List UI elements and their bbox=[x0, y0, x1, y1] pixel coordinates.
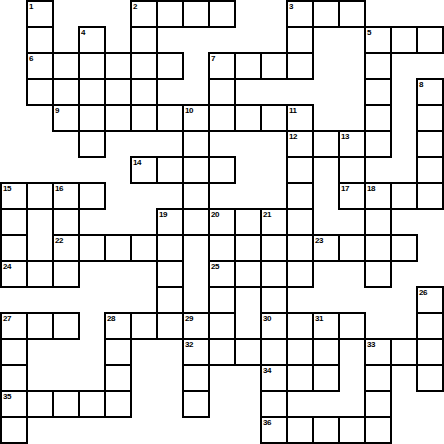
clue-number-20: 20 bbox=[211, 210, 219, 219]
clue-number-18: 18 bbox=[367, 184, 375, 193]
crossword-cell-r2c8[interactable]: 7 bbox=[208, 52, 236, 80]
crossword-cell-r12c6[interactable] bbox=[156, 312, 184, 340]
clue-number-11: 11 bbox=[289, 106, 296, 115]
crossword-cell-r13c8[interactable] bbox=[208, 338, 236, 366]
crossword-cell-r4c11[interactable]: 11 bbox=[286, 104, 314, 132]
crossword-cell-r0c5[interactable]: 2 bbox=[130, 0, 158, 28]
clue-number-14: 14 bbox=[133, 158, 141, 167]
crossword-cell-r13c0[interactable] bbox=[0, 338, 28, 366]
crossword-cell-r0c11[interactable]: 3 bbox=[286, 0, 314, 28]
crossword-cell-r15c14[interactable] bbox=[364, 390, 392, 418]
crossword-cell-r4c14[interactable] bbox=[364, 104, 392, 132]
crossword-cell-r12c1[interactable] bbox=[26, 312, 54, 340]
crossword-cell-r1c3[interactable]: 4 bbox=[78, 26, 106, 54]
clue-number-1: 1 bbox=[29, 2, 33, 11]
crossword-cell-r4c9[interactable] bbox=[234, 104, 262, 132]
crossword-cell-r2c11[interactable] bbox=[286, 52, 314, 80]
crossword-cell-r3c16[interactable]: 8 bbox=[416, 78, 444, 106]
crossword-cell-r12c7[interactable]: 29 bbox=[182, 312, 210, 340]
crossword-cell-r9c0[interactable] bbox=[0, 234, 28, 262]
crossword-cell-r2c4[interactable] bbox=[104, 52, 132, 80]
crossword-cell-r11c10[interactable] bbox=[260, 286, 288, 314]
crossword-cell-r12c8[interactable] bbox=[208, 312, 236, 340]
crossword-cell-r10c6[interactable] bbox=[156, 260, 184, 288]
clue-number-35: 35 bbox=[3, 392, 11, 401]
crossword-cell-r5c12[interactable] bbox=[312, 130, 340, 158]
crossword-cell-r9c13[interactable] bbox=[338, 234, 366, 262]
crossword-cell-r14c0[interactable] bbox=[0, 364, 28, 392]
crossword-cell-r4c2[interactable]: 9 bbox=[52, 104, 80, 132]
crossword-cell-r9c10[interactable] bbox=[260, 234, 288, 262]
clue-number-28: 28 bbox=[107, 314, 115, 323]
crossword-cell-r11c8[interactable] bbox=[208, 286, 236, 314]
crossword-cell-r16c10[interactable]: 36 bbox=[260, 416, 288, 444]
crossword-cell-r0c6[interactable] bbox=[156, 0, 184, 28]
crossword-cell-r6c13[interactable] bbox=[338, 156, 366, 184]
crossword-cell-r9c5[interactable] bbox=[130, 234, 158, 262]
crossword-cell-r2c14[interactable] bbox=[364, 52, 392, 80]
crossword-cell-r7c7[interactable] bbox=[182, 182, 210, 210]
crossword-cell-r9c2[interactable]: 22 bbox=[52, 234, 80, 262]
crossword-cell-r6c7[interactable] bbox=[182, 156, 210, 184]
crossword-cell-r0c8[interactable] bbox=[208, 0, 236, 28]
crossword-cell-r5c3[interactable] bbox=[78, 130, 106, 158]
crossword-cell-r8c0[interactable] bbox=[0, 208, 28, 236]
crossword-cell-r3c1[interactable] bbox=[26, 78, 54, 106]
crossword-cell-r1c1[interactable] bbox=[26, 26, 54, 54]
crossword-cell-r3c8[interactable] bbox=[208, 78, 236, 106]
crossword-cell-r15c2[interactable] bbox=[52, 390, 80, 418]
clue-number-29: 29 bbox=[185, 314, 193, 323]
crossword-cell-r4c7[interactable]: 10 bbox=[182, 104, 210, 132]
crossword-cell-r2c10[interactable] bbox=[260, 52, 288, 80]
crossword-cell-r14c7[interactable] bbox=[182, 364, 210, 392]
crossword-cell-r16c12[interactable] bbox=[312, 416, 340, 444]
crossword-cell-r5c14[interactable] bbox=[364, 130, 392, 158]
crossword-cell-r14c12[interactable] bbox=[312, 364, 340, 392]
crossword-grid: 1234567891011121314151617181920212223242… bbox=[0, 0, 444, 444]
clue-number-25: 25 bbox=[211, 262, 219, 271]
crossword-cell-r14c16[interactable] bbox=[416, 364, 444, 392]
crossword-cell-r6c16[interactable] bbox=[416, 156, 444, 184]
crossword-cell-r7c3[interactable] bbox=[78, 182, 106, 210]
crossword-cell-r7c0[interactable]: 15 bbox=[0, 182, 28, 210]
crossword-cell-r1c14[interactable]: 5 bbox=[364, 26, 392, 54]
crossword-cell-r10c8[interactable]: 25 bbox=[208, 260, 236, 288]
crossword-cell-r3c3[interactable] bbox=[78, 78, 106, 106]
crossword-cell-r12c0[interactable]: 27 bbox=[0, 312, 28, 340]
crossword-cell-r12c12[interactable]: 31 bbox=[312, 312, 340, 340]
crossword-cell-r7c11[interactable] bbox=[286, 182, 314, 210]
crossword-cell-r3c14[interactable] bbox=[364, 78, 392, 106]
clue-number-31: 31 bbox=[315, 314, 323, 323]
clue-number-36: 36 bbox=[263, 418, 271, 427]
clue-number-34: 34 bbox=[263, 366, 271, 375]
clue-number-22: 22 bbox=[55, 236, 63, 245]
crossword-cell-r13c4[interactable] bbox=[104, 338, 132, 366]
clue-number-5: 5 bbox=[367, 28, 371, 37]
clue-number-27: 27 bbox=[3, 314, 11, 323]
crossword-cell-r15c4[interactable] bbox=[104, 390, 132, 418]
crossword-cell-r5c7[interactable] bbox=[182, 130, 210, 158]
crossword-cell-r13c16[interactable] bbox=[416, 338, 444, 366]
crossword-cell-r1c15[interactable] bbox=[390, 26, 418, 54]
clue-number-12: 12 bbox=[289, 132, 297, 141]
clue-number-3: 3 bbox=[289, 2, 293, 11]
crossword-cell-r15c10[interactable] bbox=[260, 390, 288, 418]
crossword-cell-r12c4[interactable]: 28 bbox=[104, 312, 132, 340]
crossword-cell-r6c8[interactable] bbox=[208, 156, 236, 184]
crossword-cell-r16c13[interactable] bbox=[338, 416, 366, 444]
clue-number-13: 13 bbox=[341, 132, 349, 141]
crossword-cell-r16c0[interactable] bbox=[0, 416, 28, 444]
crossword-cell-r10c2[interactable] bbox=[52, 260, 80, 288]
crossword-cell-r8c9[interactable] bbox=[234, 208, 262, 236]
crossword-cell-r8c8[interactable]: 20 bbox=[208, 208, 236, 236]
crossword-cell-r8c2[interactable] bbox=[52, 208, 80, 236]
clue-number-2: 2 bbox=[133, 2, 137, 11]
crossword-cell-r0c12[interactable] bbox=[312, 0, 340, 28]
crossword-cell-r7c2[interactable]: 16 bbox=[52, 182, 80, 210]
crossword-cell-r7c13[interactable]: 17 bbox=[338, 182, 366, 210]
crossword-cell-r10c11[interactable] bbox=[286, 260, 314, 288]
crossword-cell-r4c3[interactable] bbox=[78, 104, 106, 132]
crossword-cell-r8c6[interactable]: 19 bbox=[156, 208, 184, 236]
crossword-cell-r14c10[interactable]: 34 bbox=[260, 364, 288, 392]
crossword-cell-r2c2[interactable] bbox=[52, 52, 80, 80]
crossword-cell-r9c15[interactable] bbox=[390, 234, 418, 262]
crossword-cell-r4c5[interactable] bbox=[130, 104, 158, 132]
crossword-cell-r12c11[interactable] bbox=[286, 312, 314, 340]
crossword-cell-r12c13[interactable] bbox=[338, 312, 366, 340]
crossword-cell-r2c6[interactable] bbox=[156, 52, 184, 80]
crossword-cell-r10c14[interactable] bbox=[364, 260, 392, 288]
crossword-cell-r12c10[interactable]: 30 bbox=[260, 312, 288, 340]
clue-number-23: 23 bbox=[315, 236, 323, 245]
crossword-cell-r15c1[interactable] bbox=[26, 390, 54, 418]
crossword-cell-r1c5[interactable] bbox=[130, 26, 158, 54]
clue-number-24: 24 bbox=[3, 262, 11, 271]
crossword-cell-r0c7[interactable] bbox=[182, 0, 210, 28]
crossword-cell-r7c16[interactable] bbox=[416, 182, 444, 210]
crossword-cell-r4c8[interactable] bbox=[208, 104, 236, 132]
crossword-cell-r8c11[interactable] bbox=[286, 208, 314, 236]
crossword-cell-r1c11[interactable] bbox=[286, 26, 314, 54]
crossword-cell-r13c9[interactable] bbox=[234, 338, 262, 366]
crossword-cell-r9c14[interactable] bbox=[364, 234, 392, 262]
clue-number-17: 17 bbox=[341, 184, 349, 193]
crossword-cell-r13c7[interactable]: 32 bbox=[182, 338, 210, 366]
crossword-cell-r13c12[interactable] bbox=[312, 338, 340, 366]
crossword-cell-r16c11[interactable] bbox=[286, 416, 314, 444]
crossword-cell-r4c6[interactable] bbox=[156, 104, 184, 132]
crossword-cell-r9c8[interactable] bbox=[208, 234, 236, 262]
crossword-cell-r0c1[interactable]: 1 bbox=[26, 0, 54, 28]
crossword-cell-r8c14[interactable] bbox=[364, 208, 392, 236]
clue-number-16: 16 bbox=[55, 184, 63, 193]
crossword-cell-r12c2[interactable] bbox=[52, 312, 80, 340]
clue-number-21: 21 bbox=[263, 210, 271, 219]
clue-number-26: 26 bbox=[419, 288, 427, 297]
crossword-cell-r5c11[interactable]: 12 bbox=[286, 130, 314, 158]
crossword-cell-r9c4[interactable] bbox=[104, 234, 132, 262]
crossword-cell-r9c6[interactable] bbox=[156, 234, 184, 262]
crossword-cell-r6c6[interactable] bbox=[156, 156, 184, 184]
crossword-cell-r6c11[interactable] bbox=[286, 156, 314, 184]
crossword-cell-r10c10[interactable] bbox=[260, 260, 288, 288]
crossword-cell-r3c5[interactable] bbox=[130, 78, 158, 106]
crossword-cell-r9c12[interactable]: 23 bbox=[312, 234, 340, 262]
clue-number-19: 19 bbox=[159, 210, 167, 219]
crossword-cell-r8c10[interactable]: 21 bbox=[260, 208, 288, 236]
crossword-cell-r13c15[interactable] bbox=[390, 338, 418, 366]
crossword-cell-r2c1[interactable]: 6 bbox=[26, 52, 54, 80]
clue-number-7: 7 bbox=[211, 54, 215, 63]
crossword-cell-r1c16[interactable] bbox=[416, 26, 444, 54]
crossword-cell-r15c0[interactable]: 35 bbox=[0, 390, 28, 418]
clue-number-33: 33 bbox=[367, 340, 375, 349]
crossword-cell-r8c7[interactable] bbox=[182, 208, 210, 236]
crossword-cell-r0c13[interactable] bbox=[338, 0, 366, 28]
crossword-cell-r5c13[interactable]: 13 bbox=[338, 130, 366, 158]
clue-number-9: 9 bbox=[55, 106, 59, 115]
crossword-cell-r11c16[interactable]: 26 bbox=[416, 286, 444, 314]
crossword-cell-r15c3[interactable] bbox=[78, 390, 106, 418]
crossword-cell-r9c3[interactable] bbox=[78, 234, 106, 262]
crossword-cell-r2c5[interactable] bbox=[130, 52, 158, 80]
clue-number-8: 8 bbox=[419, 80, 423, 89]
clue-number-15: 15 bbox=[3, 184, 11, 193]
crossword-cell-r15c7[interactable] bbox=[182, 390, 210, 418]
crossword-cell-r7c15[interactable] bbox=[390, 182, 418, 210]
crossword-cell-r13c14[interactable]: 33 bbox=[364, 338, 392, 366]
crossword-cell-r10c0[interactable]: 24 bbox=[0, 260, 28, 288]
crossword-cell-r11c6[interactable] bbox=[156, 286, 184, 314]
crossword-cell-r4c4[interactable] bbox=[104, 104, 132, 132]
crossword-cell-r12c5[interactable] bbox=[130, 312, 158, 340]
crossword-cell-r7c14[interactable]: 18 bbox=[364, 182, 392, 210]
clue-number-10: 10 bbox=[185, 106, 193, 115]
crossword-cell-r2c9[interactable] bbox=[234, 52, 262, 80]
crossword-cell-r10c9[interactable] bbox=[234, 260, 262, 288]
crossword-cell-r13c10[interactable] bbox=[260, 338, 288, 366]
clue-number-6: 6 bbox=[29, 54, 33, 63]
crossword-cell-r14c14[interactable] bbox=[364, 364, 392, 392]
clue-number-32: 32 bbox=[185, 340, 193, 349]
crossword-cell-r5c16[interactable] bbox=[416, 130, 444, 158]
clue-number-30: 30 bbox=[263, 314, 271, 323]
crossword-cell-r6c5[interactable]: 14 bbox=[130, 156, 158, 184]
crossword-cell-r2c3[interactable] bbox=[78, 52, 106, 80]
crossword-cell-r7c1[interactable] bbox=[26, 182, 54, 210]
clue-number-4: 4 bbox=[81, 28, 85, 37]
crossword-cell-r12c16[interactable] bbox=[416, 312, 444, 340]
crossword-cell-r14c11[interactable] bbox=[286, 364, 314, 392]
crossword-cell-r10c1[interactable] bbox=[26, 260, 54, 288]
crossword-cell-r4c10[interactable] bbox=[260, 104, 288, 132]
crossword-cell-r16c14[interactable] bbox=[364, 416, 392, 444]
crossword-cell-r4c16[interactable] bbox=[416, 104, 444, 132]
crossword-cell-r14c4[interactable] bbox=[104, 364, 132, 392]
